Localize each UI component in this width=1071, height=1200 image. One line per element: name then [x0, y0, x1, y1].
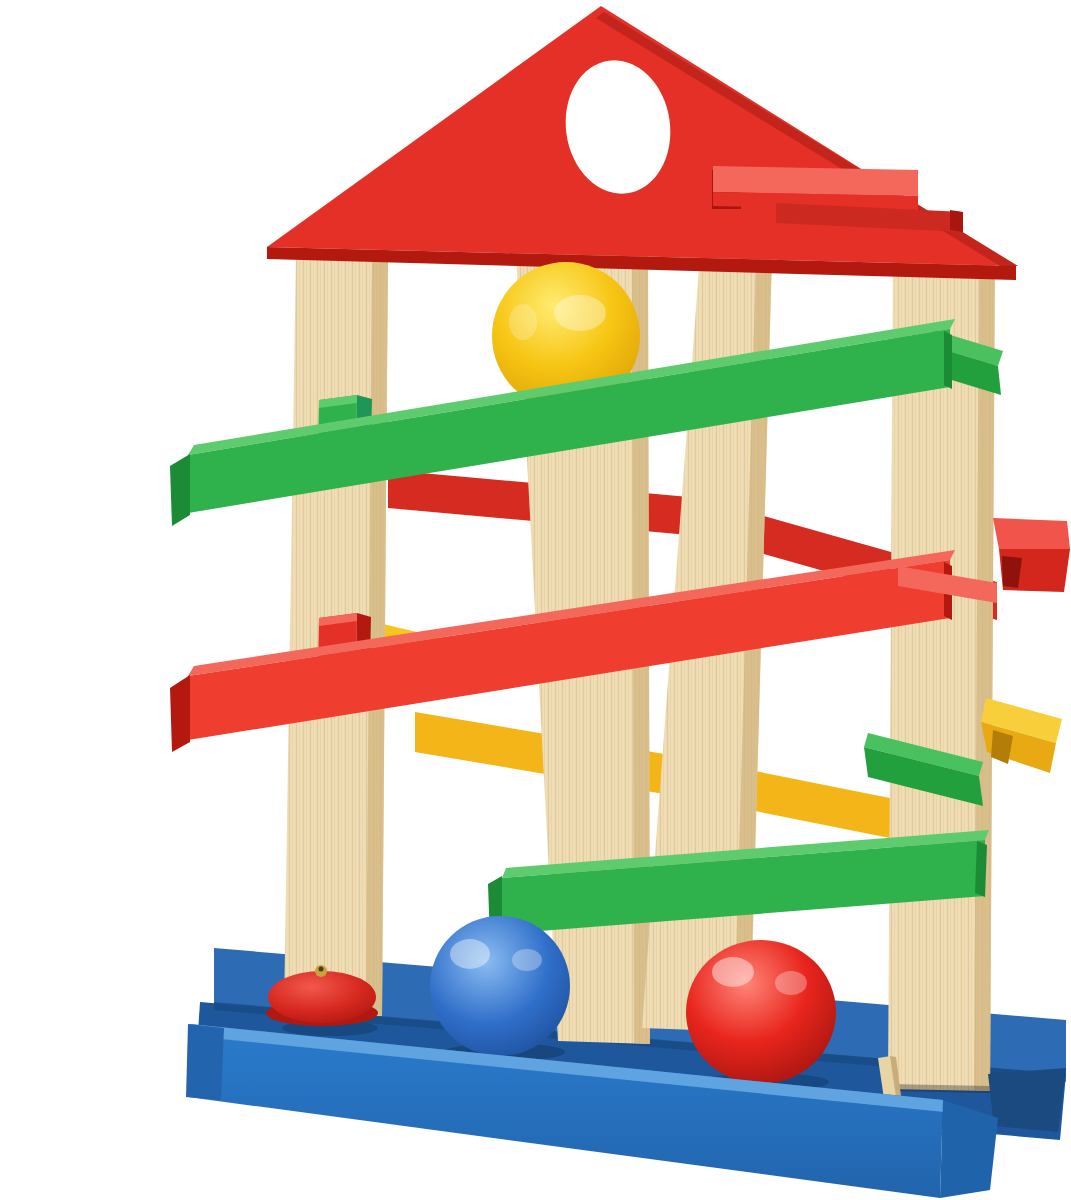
red-ball-highlight [712, 957, 754, 987]
blue-ball-highlight-2 [512, 949, 542, 971]
green-ramp-top-right-end [944, 331, 952, 389]
red-ball-highlight-2 [775, 971, 807, 995]
blue-ball-sphere [430, 916, 570, 1056]
green-ramp-bottom-right-end [975, 841, 987, 897]
entry-chute-rail-end [950, 210, 963, 232]
green-ramp-top-left-end [170, 454, 190, 526]
bell-knob-pin [319, 967, 324, 972]
ball-run-toy-photo: Wooden zig-zag ball-run toy tower with r… [0, 0, 1071, 1200]
yellow-ball-highlight-2 [509, 304, 537, 340]
red-end-cap-top [993, 518, 1070, 549]
red-ramp-left-end [170, 675, 190, 752]
product-photo-stage: Wooden zig-zag ball-run toy tower with r… [0, 0, 1071, 1200]
bell-dome [268, 971, 376, 1023]
entry-chute-top [713, 166, 918, 196]
yellow-ball-highlight [554, 295, 606, 331]
red-ball-sphere [686, 940, 836, 1084]
red-trough-end-cap [993, 518, 1070, 592]
blue-ball-highlight [450, 939, 490, 969]
base-right-end-top [988, 1068, 1066, 1132]
base-front-left-end [186, 1024, 224, 1100]
